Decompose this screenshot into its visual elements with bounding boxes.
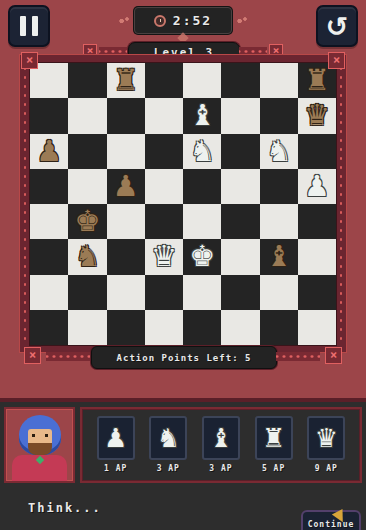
square-d7[interactable] <box>145 98 183 133</box>
x-ornament: × <box>21 52 38 69</box>
square-e4[interactable] <box>183 204 221 239</box>
square-d4[interactable] <box>145 204 183 239</box>
square-h5[interactable]: ♟ <box>298 169 336 204</box>
x-ornament: × <box>24 347 41 364</box>
square-c1[interactable] <box>107 310 145 345</box>
square-a2[interactable] <box>30 275 68 310</box>
wizard-eyes <box>32 434 48 437</box>
card-knight[interactable]: ♞3 AP <box>149 416 187 473</box>
square-h6[interactable] <box>298 134 336 169</box>
game-screen: 2:52 ↺ × Level 3 × ♜♜♝♛♟♞♞♟♟♚♞♛♚♝ × × × … <box>0 0 366 530</box>
white-pawn-h5[interactable]: ♟ <box>304 172 330 201</box>
square-d8[interactable] <box>145 63 183 98</box>
wave-ornament <box>46 352 90 361</box>
square-b7[interactable] <box>68 98 106 133</box>
white-queen-d3[interactable]: ♛ <box>151 242 177 271</box>
card-rook-box[interactable]: ♜ <box>255 416 293 460</box>
square-e3[interactable]: ♚ <box>183 239 221 274</box>
square-b8[interactable] <box>68 63 106 98</box>
square-b2[interactable] <box>68 275 106 310</box>
square-h1[interactable] <box>298 310 336 345</box>
wizard-beard <box>28 443 52 455</box>
wizard-illustration <box>6 409 73 481</box>
square-g8[interactable] <box>260 63 298 98</box>
square-a5[interactable] <box>30 169 68 204</box>
square-f8[interactable] <box>221 63 259 98</box>
restart-icon: ↺ <box>326 13 349 40</box>
square-f6[interactable] <box>221 134 259 169</box>
square-b1[interactable] <box>68 310 106 345</box>
square-c4[interactable] <box>107 204 145 239</box>
square-d3[interactable]: ♛ <box>145 239 183 274</box>
card-queen-cost: 9 AP <box>315 464 338 473</box>
square-h7[interactable]: ♛ <box>298 98 336 133</box>
square-a7[interactable] <box>30 98 68 133</box>
rook-icon: ♜ <box>262 425 285 451</box>
black-rook-h8[interactable]: ♜ <box>304 66 330 95</box>
clock-icon <box>154 15 166 27</box>
left-wing-ornament <box>118 16 130 26</box>
square-d1[interactable] <box>145 310 183 345</box>
timer-banner: 2:52 <box>134 7 232 34</box>
continue-label: Continue <box>308 520 355 529</box>
square-c2[interactable] <box>107 275 145 310</box>
card-bishop-cost: 3 AP <box>209 464 232 473</box>
card-pawn[interactable]: ♟1 AP <box>97 416 135 473</box>
bishop-icon: ♝ <box>209 425 232 451</box>
black-pawn-a6[interactable]: ♟ <box>36 137 62 166</box>
board-frame: ♜♜♝♛♟♞♞♟♟♚♞♛♚♝ <box>20 55 346 352</box>
timer: 2:52 <box>0 7 366 34</box>
continue-button[interactable]: Continue <box>301 510 361 530</box>
square-c6[interactable] <box>107 134 145 169</box>
knight-icon: ♞ <box>157 425 180 451</box>
square-d2[interactable] <box>145 275 183 310</box>
pawn-icon: ♟ <box>104 425 127 451</box>
black-pawn-c5[interactable]: ♟ <box>113 172 139 201</box>
square-b6[interactable] <box>68 134 106 169</box>
card-rook[interactable]: ♜5 AP <box>255 416 293 473</box>
wave-ornament <box>276 352 320 361</box>
white-knight-g6[interactable]: ♞ <box>266 137 292 166</box>
queen-icon: ♛ <box>315 425 338 451</box>
square-c5[interactable]: ♟ <box>107 169 145 204</box>
square-e7[interactable]: ♝ <box>183 98 221 133</box>
card-pawn-box[interactable]: ♟ <box>97 416 135 460</box>
square-h3[interactable] <box>298 239 336 274</box>
timer-value: 2:52 <box>173 13 212 28</box>
square-g7[interactable] <box>260 98 298 133</box>
square-g5[interactable] <box>260 169 298 204</box>
restart-button[interactable]: ↺ <box>316 5 358 47</box>
piece-cards-panel: ♟1 AP♞3 AP♝3 AP♜5 AP♛9 AP <box>80 407 362 483</box>
square-e5[interactable] <box>183 169 221 204</box>
square-f1[interactable] <box>221 310 259 345</box>
square-f3[interactable] <box>221 239 259 274</box>
chess-board: ♜♜♝♛♟♞♞♟♟♚♞♛♚♝ <box>30 63 336 345</box>
card-bishop[interactable]: ♝3 AP <box>202 416 240 473</box>
card-knight-box[interactable]: ♞ <box>149 416 187 460</box>
square-d6[interactable] <box>145 134 183 169</box>
square-g4[interactable] <box>260 204 298 239</box>
square-g6[interactable]: ♞ <box>260 134 298 169</box>
card-queen-box[interactable]: ♛ <box>307 416 345 460</box>
black-queen-h7[interactable]: ♛ <box>304 101 330 130</box>
white-knight-e6[interactable]: ♞ <box>189 137 215 166</box>
square-h4[interactable] <box>298 204 336 239</box>
action-points-banner: Action Points Left: 5 <box>91 346 277 369</box>
black-knight-b3[interactable]: ♞ <box>74 242 100 271</box>
square-e6[interactable]: ♞ <box>183 134 221 169</box>
square-f2[interactable] <box>221 275 259 310</box>
bottom-panel: ♟1 AP♞3 AP♝3 AP♜5 AP♛9 AP Think... Conti… <box>0 398 366 530</box>
x-ornament: × <box>328 52 345 69</box>
square-e2[interactable] <box>183 275 221 310</box>
square-a6[interactable]: ♟ <box>30 134 68 169</box>
white-bishop-e7[interactable]: ♝ <box>189 101 215 130</box>
square-d5[interactable] <box>145 169 183 204</box>
square-f4[interactable] <box>221 204 259 239</box>
square-b3[interactable]: ♞ <box>68 239 106 274</box>
square-a4[interactable] <box>30 204 68 239</box>
square-h2[interactable] <box>298 275 336 310</box>
card-queen[interactable]: ♛9 AP <box>307 416 345 473</box>
action-points-label: Action Points Left: 5 <box>117 353 252 363</box>
square-b4[interactable]: ♚ <box>68 204 106 239</box>
wizard-avatar <box>4 407 75 483</box>
square-c8[interactable]: ♜ <box>107 63 145 98</box>
square-f7[interactable] <box>221 98 259 133</box>
square-c7[interactable] <box>107 98 145 133</box>
right-wing-ornament <box>236 16 248 26</box>
black-king-b4[interactable]: ♚ <box>74 207 100 236</box>
black-rook-c8[interactable]: ♜ <box>113 66 139 95</box>
action-points-row: × Action Points Left: 5 × <box>0 346 366 368</box>
square-c3[interactable] <box>107 239 145 274</box>
card-bishop-box[interactable]: ♝ <box>202 416 240 460</box>
card-pawn-cost: 1 AP <box>104 464 127 473</box>
square-a1[interactable] <box>30 310 68 345</box>
square-a3[interactable] <box>30 239 68 274</box>
square-g3[interactable]: ♝ <box>260 239 298 274</box>
white-king-e3[interactable]: ♚ <box>189 242 215 271</box>
card-knight-cost: 3 AP <box>157 464 180 473</box>
square-f5[interactable] <box>221 169 259 204</box>
black-bishop-g3[interactable]: ♝ <box>266 242 292 271</box>
square-g1[interactable] <box>260 310 298 345</box>
square-b5[interactable] <box>68 169 106 204</box>
square-g2[interactable] <box>260 275 298 310</box>
square-e8[interactable] <box>183 63 221 98</box>
card-rook-cost: 5 AP <box>262 464 285 473</box>
x-ornament: × <box>325 347 342 364</box>
square-e1[interactable] <box>183 310 221 345</box>
dialog-text: Think... <box>28 501 102 515</box>
